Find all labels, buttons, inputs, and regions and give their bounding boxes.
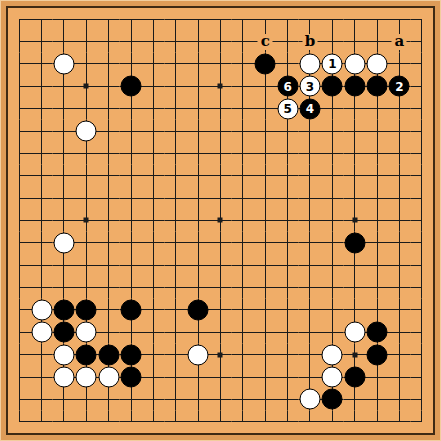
- intersection-19-9[interactable]: [411, 187, 433, 209]
- intersection-18-1[interactable]: [388, 8, 410, 30]
- intersection-8-17[interactable]: [165, 366, 187, 388]
- intersection-5-9[interactable]: [97, 187, 119, 209]
- intersection-2-5[interactable]: [30, 97, 52, 119]
- intersection-4-7[interactable]: [75, 142, 97, 164]
- intersection-9-9[interactable]: [187, 187, 209, 209]
- intersection-4-15[interactable]: [75, 321, 97, 343]
- intersection-1-4[interactable]: [8, 75, 30, 97]
- intersection-1-1[interactable]: [8, 8, 30, 30]
- intersection-8-19[interactable]: [165, 411, 187, 433]
- intersection-2-6[interactable]: [30, 120, 52, 142]
- intersection-16-15[interactable]: [344, 321, 366, 343]
- intersection-7-10[interactable]: [142, 209, 164, 231]
- intersection-2-10[interactable]: [30, 209, 52, 231]
- intersection-11-9[interactable]: [232, 187, 254, 209]
- intersection-4-19[interactable]: [75, 411, 97, 433]
- intersection-2-13[interactable]: [30, 276, 52, 298]
- intersection-19-15[interactable]: [411, 321, 433, 343]
- intersection-16-17[interactable]: [344, 366, 366, 388]
- intersection-13-15[interactable]: [276, 321, 298, 343]
- intersection-10-11[interactable]: [209, 232, 231, 254]
- intersection-13-13[interactable]: [276, 276, 298, 298]
- intersection-12-15[interactable]: [254, 321, 276, 343]
- intersection-9-5[interactable]: [187, 97, 209, 119]
- intersection-6-6[interactable]: [120, 120, 142, 142]
- intersection-6-15[interactable]: [120, 321, 142, 343]
- intersection-15-1[interactable]: [321, 8, 343, 30]
- intersection-16-5[interactable]: [344, 97, 366, 119]
- intersection-18-10[interactable]: [388, 209, 410, 231]
- intersection-19-8[interactable]: [411, 165, 433, 187]
- intersection-13-9[interactable]: [276, 187, 298, 209]
- intersection-14-7[interactable]: [299, 142, 321, 164]
- intersection-9-16[interactable]: [187, 344, 209, 366]
- intersection-12-19[interactable]: [254, 411, 276, 433]
- intersection-10-8[interactable]: [209, 165, 231, 187]
- intersection-19-7[interactable]: [411, 142, 433, 164]
- intersection-11-19[interactable]: [232, 411, 254, 433]
- intersection-8-2[interactable]: [165, 30, 187, 52]
- intersection-12-6[interactable]: [254, 120, 276, 142]
- intersection-10-7[interactable]: [209, 142, 231, 164]
- intersection-2-1[interactable]: [30, 8, 52, 30]
- intersection-9-15[interactable]: [187, 321, 209, 343]
- intersection-19-4[interactable]: [411, 75, 433, 97]
- intersection-6-12[interactable]: [120, 254, 142, 276]
- intersection-17-18[interactable]: [366, 388, 388, 410]
- intersection-4-13[interactable]: [75, 276, 97, 298]
- intersection-10-9[interactable]: [209, 187, 231, 209]
- intersection-12-4[interactable]: [254, 75, 276, 97]
- intersection-15-11[interactable]: [321, 232, 343, 254]
- intersection-13-2[interactable]: [276, 30, 298, 52]
- intersection-16-14[interactable]: [344, 299, 366, 321]
- intersection-6-7[interactable]: [120, 142, 142, 164]
- intersection-9-12[interactable]: [187, 254, 209, 276]
- intersection-13-5[interactable]: 5: [276, 97, 298, 119]
- intersection-7-3[interactable]: [142, 53, 164, 75]
- intersection-9-14[interactable]: [187, 299, 209, 321]
- intersection-2-16[interactable]: [30, 344, 52, 366]
- intersection-18-4[interactable]: 2: [388, 75, 410, 97]
- intersection-16-7[interactable]: [344, 142, 366, 164]
- intersection-14-16[interactable]: [299, 344, 321, 366]
- intersection-5-12[interactable]: [97, 254, 119, 276]
- intersection-10-10[interactable]: [209, 209, 231, 231]
- intersection-4-6[interactable]: [75, 120, 97, 142]
- intersection-7-7[interactable]: [142, 142, 164, 164]
- intersection-15-12[interactable]: [321, 254, 343, 276]
- intersection-14-14[interactable]: [299, 299, 321, 321]
- intersection-12-7[interactable]: [254, 142, 276, 164]
- intersection-7-18[interactable]: [142, 388, 164, 410]
- intersection-12-14[interactable]: [254, 299, 276, 321]
- intersection-13-3[interactable]: [276, 53, 298, 75]
- intersection-3-7[interactable]: [53, 142, 75, 164]
- intersection-11-1[interactable]: [232, 8, 254, 30]
- intersection-10-18[interactable]: [209, 388, 231, 410]
- intersection-15-16[interactable]: [321, 344, 343, 366]
- intersection-17-17[interactable]: [366, 366, 388, 388]
- intersection-8-9[interactable]: [165, 187, 187, 209]
- intersection-15-5[interactable]: [321, 97, 343, 119]
- intersection-17-15[interactable]: [366, 321, 388, 343]
- intersection-8-13[interactable]: [165, 276, 187, 298]
- intersection-4-8[interactable]: [75, 165, 97, 187]
- intersection-2-19[interactable]: [30, 411, 52, 433]
- intersection-13-4[interactable]: 6: [276, 75, 298, 97]
- intersection-19-1[interactable]: [411, 8, 433, 30]
- intersection-4-10[interactable]: [75, 209, 97, 231]
- intersection-7-13[interactable]: [142, 276, 164, 298]
- intersection-19-13[interactable]: [411, 276, 433, 298]
- intersection-4-4[interactable]: [75, 75, 97, 97]
- intersection-5-19[interactable]: [97, 411, 119, 433]
- intersection-13-12[interactable]: [276, 254, 298, 276]
- intersection-4-3[interactable]: [75, 53, 97, 75]
- intersection-7-4[interactable]: [142, 75, 164, 97]
- intersection-1-9[interactable]: [8, 187, 30, 209]
- intersection-10-1[interactable]: [209, 8, 231, 30]
- intersection-8-14[interactable]: [165, 299, 187, 321]
- intersection-12-12[interactable]: [254, 254, 276, 276]
- intersection-11-14[interactable]: [232, 299, 254, 321]
- intersection-6-18[interactable]: [120, 388, 142, 410]
- intersection-17-10[interactable]: [366, 209, 388, 231]
- intersection-16-4[interactable]: [344, 75, 366, 97]
- intersection-15-14[interactable]: [321, 299, 343, 321]
- intersection-2-18[interactable]: [30, 388, 52, 410]
- intersection-5-2[interactable]: [97, 30, 119, 52]
- intersection-7-12[interactable]: [142, 254, 164, 276]
- intersection-15-2[interactable]: [321, 30, 343, 52]
- intersection-17-2[interactable]: [366, 30, 388, 52]
- intersection-5-15[interactable]: [97, 321, 119, 343]
- intersection-16-6[interactable]: [344, 120, 366, 142]
- intersection-15-7[interactable]: [321, 142, 343, 164]
- intersection-9-17[interactable]: [187, 366, 209, 388]
- intersection-7-2[interactable]: [142, 30, 164, 52]
- intersection-1-17[interactable]: [8, 366, 30, 388]
- intersection-5-6[interactable]: [97, 120, 119, 142]
- intersection-7-6[interactable]: [142, 120, 164, 142]
- intersection-9-7[interactable]: [187, 142, 209, 164]
- intersection-19-19[interactable]: [411, 411, 433, 433]
- intersection-8-6[interactable]: [165, 120, 187, 142]
- intersection-18-6[interactable]: [388, 120, 410, 142]
- intersection-11-3[interactable]: [232, 53, 254, 75]
- intersection-16-16[interactable]: [344, 344, 366, 366]
- intersection-13-7[interactable]: [276, 142, 298, 164]
- intersection-3-3[interactable]: [53, 53, 75, 75]
- intersection-2-2[interactable]: [30, 30, 52, 52]
- intersection-18-14[interactable]: [388, 299, 410, 321]
- intersection-2-17[interactable]: [30, 366, 52, 388]
- intersection-16-12[interactable]: [344, 254, 366, 276]
- intersection-14-19[interactable]: [299, 411, 321, 433]
- intersection-2-12[interactable]: [30, 254, 52, 276]
- intersection-17-9[interactable]: [366, 187, 388, 209]
- intersection-18-2[interactable]: a: [388, 30, 410, 52]
- intersection-14-12[interactable]: [299, 254, 321, 276]
- intersection-16-13[interactable]: [344, 276, 366, 298]
- intersection-17-14[interactable]: [366, 299, 388, 321]
- intersection-1-19[interactable]: [8, 411, 30, 433]
- intersection-12-10[interactable]: [254, 209, 276, 231]
- intersection-7-1[interactable]: [142, 8, 164, 30]
- intersection-6-2[interactable]: [120, 30, 142, 52]
- intersection-9-1[interactable]: [187, 8, 209, 30]
- intersection-4-9[interactable]: [75, 187, 97, 209]
- intersection-8-4[interactable]: [165, 75, 187, 97]
- intersection-10-3[interactable]: [209, 53, 231, 75]
- intersection-3-8[interactable]: [53, 165, 75, 187]
- intersection-17-16[interactable]: [366, 344, 388, 366]
- intersection-15-6[interactable]: [321, 120, 343, 142]
- intersection-10-15[interactable]: [209, 321, 231, 343]
- intersection-10-12[interactable]: [209, 254, 231, 276]
- intersection-3-13[interactable]: [53, 276, 75, 298]
- intersection-3-4[interactable]: [53, 75, 75, 97]
- intersection-11-10[interactable]: [232, 209, 254, 231]
- intersection-2-15[interactable]: [30, 321, 52, 343]
- intersection-8-8[interactable]: [165, 165, 187, 187]
- intersection-10-2[interactable]: [209, 30, 231, 52]
- intersection-17-4[interactable]: [366, 75, 388, 97]
- intersection-6-13[interactable]: [120, 276, 142, 298]
- intersection-19-6[interactable]: [411, 120, 433, 142]
- intersection-15-4[interactable]: [321, 75, 343, 97]
- intersection-10-4[interactable]: [209, 75, 231, 97]
- intersection-19-18[interactable]: [411, 388, 433, 410]
- intersection-1-15[interactable]: [8, 321, 30, 343]
- intersection-16-10[interactable]: [344, 209, 366, 231]
- intersection-13-6[interactable]: [276, 120, 298, 142]
- intersection-11-18[interactable]: [232, 388, 254, 410]
- intersection-17-8[interactable]: [366, 165, 388, 187]
- intersection-19-3[interactable]: [411, 53, 433, 75]
- intersection-3-17[interactable]: [53, 366, 75, 388]
- intersection-9-18[interactable]: [187, 388, 209, 410]
- intersection-19-2[interactable]: [411, 30, 433, 52]
- intersection-5-13[interactable]: [97, 276, 119, 298]
- intersection-16-11[interactable]: [344, 232, 366, 254]
- intersection-4-11[interactable]: [75, 232, 97, 254]
- intersection-10-13[interactable]: [209, 276, 231, 298]
- intersection-1-18[interactable]: [8, 388, 30, 410]
- intersection-6-10[interactable]: [120, 209, 142, 231]
- intersection-5-14[interactable]: [97, 299, 119, 321]
- intersection-13-17[interactable]: [276, 366, 298, 388]
- intersection-5-10[interactable]: [97, 209, 119, 231]
- intersection-12-8[interactable]: [254, 165, 276, 187]
- intersection-1-8[interactable]: [8, 165, 30, 187]
- intersection-3-9[interactable]: [53, 187, 75, 209]
- intersection-11-5[interactable]: [232, 97, 254, 119]
- intersection-1-2[interactable]: [8, 30, 30, 52]
- intersection-8-15[interactable]: [165, 321, 187, 343]
- intersection-13-18[interactable]: [276, 388, 298, 410]
- intersection-11-6[interactable]: [232, 120, 254, 142]
- intersection-18-17[interactable]: [388, 366, 410, 388]
- intersection-8-18[interactable]: [165, 388, 187, 410]
- intersection-6-14[interactable]: [120, 299, 142, 321]
- intersection-9-2[interactable]: [187, 30, 209, 52]
- intersection-14-3[interactable]: [299, 53, 321, 75]
- intersection-14-18[interactable]: [299, 388, 321, 410]
- intersection-19-14[interactable]: [411, 299, 433, 321]
- intersection-8-5[interactable]: [165, 97, 187, 119]
- intersection-6-1[interactable]: [120, 8, 142, 30]
- intersection-11-2[interactable]: [232, 30, 254, 52]
- intersection-16-2[interactable]: [344, 30, 366, 52]
- intersection-3-1[interactable]: [53, 8, 75, 30]
- intersection-3-5[interactable]: [53, 97, 75, 119]
- intersection-5-1[interactable]: [97, 8, 119, 30]
- intersection-4-18[interactable]: [75, 388, 97, 410]
- intersection-16-18[interactable]: [344, 388, 366, 410]
- intersection-7-19[interactable]: [142, 411, 164, 433]
- intersection-11-13[interactable]: [232, 276, 254, 298]
- intersection-13-8[interactable]: [276, 165, 298, 187]
- intersection-15-10[interactable]: [321, 209, 343, 231]
- intersection-3-11[interactable]: [53, 232, 75, 254]
- intersection-10-17[interactable]: [209, 366, 231, 388]
- intersection-3-6[interactable]: [53, 120, 75, 142]
- intersection-13-19[interactable]: [276, 411, 298, 433]
- intersection-4-12[interactable]: [75, 254, 97, 276]
- intersection-1-6[interactable]: [8, 120, 30, 142]
- intersection-13-14[interactable]: [276, 299, 298, 321]
- intersection-5-5[interactable]: [97, 97, 119, 119]
- intersection-6-3[interactable]: [120, 53, 142, 75]
- intersection-15-18[interactable]: [321, 388, 343, 410]
- intersection-9-6[interactable]: [187, 120, 209, 142]
- intersection-11-15[interactable]: [232, 321, 254, 343]
- intersection-1-14[interactable]: [8, 299, 30, 321]
- intersection-16-8[interactable]: [344, 165, 366, 187]
- intersection-18-5[interactable]: [388, 97, 410, 119]
- intersection-4-14[interactable]: [75, 299, 97, 321]
- intersection-14-6[interactable]: [299, 120, 321, 142]
- intersection-10-6[interactable]: [209, 120, 231, 142]
- intersection-16-1[interactable]: [344, 8, 366, 30]
- intersection-17-1[interactable]: [366, 8, 388, 30]
- intersection-17-12[interactable]: [366, 254, 388, 276]
- intersection-11-12[interactable]: [232, 254, 254, 276]
- intersection-2-9[interactable]: [30, 187, 52, 209]
- intersection-1-3[interactable]: [8, 53, 30, 75]
- intersection-17-3[interactable]: [366, 53, 388, 75]
- intersection-12-3[interactable]: [254, 53, 276, 75]
- intersection-5-11[interactable]: [97, 232, 119, 254]
- intersection-8-1[interactable]: [165, 8, 187, 30]
- intersection-15-9[interactable]: [321, 187, 343, 209]
- intersection-1-5[interactable]: [8, 97, 30, 119]
- intersection-10-14[interactable]: [209, 299, 231, 321]
- intersection-6-8[interactable]: [120, 165, 142, 187]
- intersection-14-4[interactable]: 3: [299, 75, 321, 97]
- intersection-15-3[interactable]: 1: [321, 53, 343, 75]
- intersection-6-9[interactable]: [120, 187, 142, 209]
- intersection-1-7[interactable]: [8, 142, 30, 164]
- intersection-6-17[interactable]: [120, 366, 142, 388]
- intersection-8-16[interactable]: [165, 344, 187, 366]
- intersection-2-3[interactable]: [30, 53, 52, 75]
- intersection-12-17[interactable]: [254, 366, 276, 388]
- intersection-12-11[interactable]: [254, 232, 276, 254]
- intersection-7-15[interactable]: [142, 321, 164, 343]
- intersection-19-11[interactable]: [411, 232, 433, 254]
- intersection-14-8[interactable]: [299, 165, 321, 187]
- intersection-2-11[interactable]: [30, 232, 52, 254]
- intersection-14-15[interactable]: [299, 321, 321, 343]
- intersection-14-5[interactable]: 4: [299, 97, 321, 119]
- intersection-1-12[interactable]: [8, 254, 30, 276]
- intersection-17-6[interactable]: [366, 120, 388, 142]
- intersection-3-16[interactable]: [53, 344, 75, 366]
- intersection-3-10[interactable]: [53, 209, 75, 231]
- intersection-9-4[interactable]: [187, 75, 209, 97]
- intersection-8-12[interactable]: [165, 254, 187, 276]
- intersection-2-14[interactable]: [30, 299, 52, 321]
- intersection-14-2[interactable]: b: [299, 30, 321, 52]
- intersection-17-13[interactable]: [366, 276, 388, 298]
- intersection-9-3[interactable]: [187, 53, 209, 75]
- intersection-19-5[interactable]: [411, 97, 433, 119]
- intersection-16-3[interactable]: [344, 53, 366, 75]
- intersection-13-16[interactable]: [276, 344, 298, 366]
- intersection-1-16[interactable]: [8, 344, 30, 366]
- intersection-8-7[interactable]: [165, 142, 187, 164]
- intersection-19-16[interactable]: [411, 344, 433, 366]
- intersection-1-10[interactable]: [8, 209, 30, 231]
- intersection-3-19[interactable]: [53, 411, 75, 433]
- intersection-11-17[interactable]: [232, 366, 254, 388]
- intersection-6-16[interactable]: [120, 344, 142, 366]
- intersection-12-9[interactable]: [254, 187, 276, 209]
- intersection-18-9[interactable]: [388, 187, 410, 209]
- intersection-18-7[interactable]: [388, 142, 410, 164]
- intersection-11-16[interactable]: [232, 344, 254, 366]
- intersection-5-18[interactable]: [97, 388, 119, 410]
- intersection-7-5[interactable]: [142, 97, 164, 119]
- intersection-4-2[interactable]: [75, 30, 97, 52]
- intersection-8-11[interactable]: [165, 232, 187, 254]
- intersection-11-4[interactable]: [232, 75, 254, 97]
- intersection-3-2[interactable]: [53, 30, 75, 52]
- intersection-16-19[interactable]: [344, 411, 366, 433]
- intersection-6-19[interactable]: [120, 411, 142, 433]
- intersection-12-16[interactable]: [254, 344, 276, 366]
- intersection-14-13[interactable]: [299, 276, 321, 298]
- intersection-19-12[interactable]: [411, 254, 433, 276]
- intersection-3-18[interactable]: [53, 388, 75, 410]
- intersection-18-16[interactable]: [388, 344, 410, 366]
- intersection-1-13[interactable]: [8, 276, 30, 298]
- intersection-14-9[interactable]: [299, 187, 321, 209]
- intersection-18-13[interactable]: [388, 276, 410, 298]
- intersection-18-18[interactable]: [388, 388, 410, 410]
- intersection-14-1[interactable]: [299, 8, 321, 30]
- intersection-5-7[interactable]: [97, 142, 119, 164]
- intersection-9-11[interactable]: [187, 232, 209, 254]
- intersection-17-11[interactable]: [366, 232, 388, 254]
- intersection-9-19[interactable]: [187, 411, 209, 433]
- intersection-12-1[interactable]: [254, 8, 276, 30]
- intersection-6-11[interactable]: [120, 232, 142, 254]
- intersection-14-11[interactable]: [299, 232, 321, 254]
